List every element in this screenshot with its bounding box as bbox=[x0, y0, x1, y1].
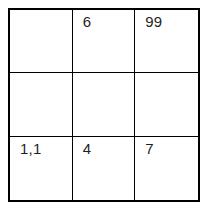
cell-r0c1[interactable]: 6 bbox=[73, 10, 136, 73]
cell-r0c2[interactable]: 99 bbox=[135, 10, 198, 73]
cell-value-r2c0: 1,1 bbox=[20, 140, 41, 158]
cell-value-r2c2: 7 bbox=[145, 140, 154, 158]
puzzle-image: 6 99 1,1 4 7 bbox=[0, 0, 207, 209]
cell-value-r0c1: 6 bbox=[83, 13, 92, 31]
cell-r0c0[interactable] bbox=[10, 10, 73, 73]
cell-r1c1[interactable] bbox=[73, 73, 136, 136]
cell-r1c2[interactable] bbox=[135, 73, 198, 136]
cell-value-r0c2: 99 bbox=[145, 13, 162, 31]
puzzle-board: 6 99 1,1 4 7 bbox=[8, 8, 200, 202]
cell-r2c2[interactable]: 7 bbox=[135, 137, 198, 200]
cell-value-r2c1: 4 bbox=[83, 140, 92, 158]
cell-r2c1[interactable]: 4 bbox=[73, 137, 136, 200]
cell-r1c0[interactable] bbox=[10, 73, 73, 136]
cell-r2c0[interactable]: 1,1 bbox=[10, 137, 73, 200]
